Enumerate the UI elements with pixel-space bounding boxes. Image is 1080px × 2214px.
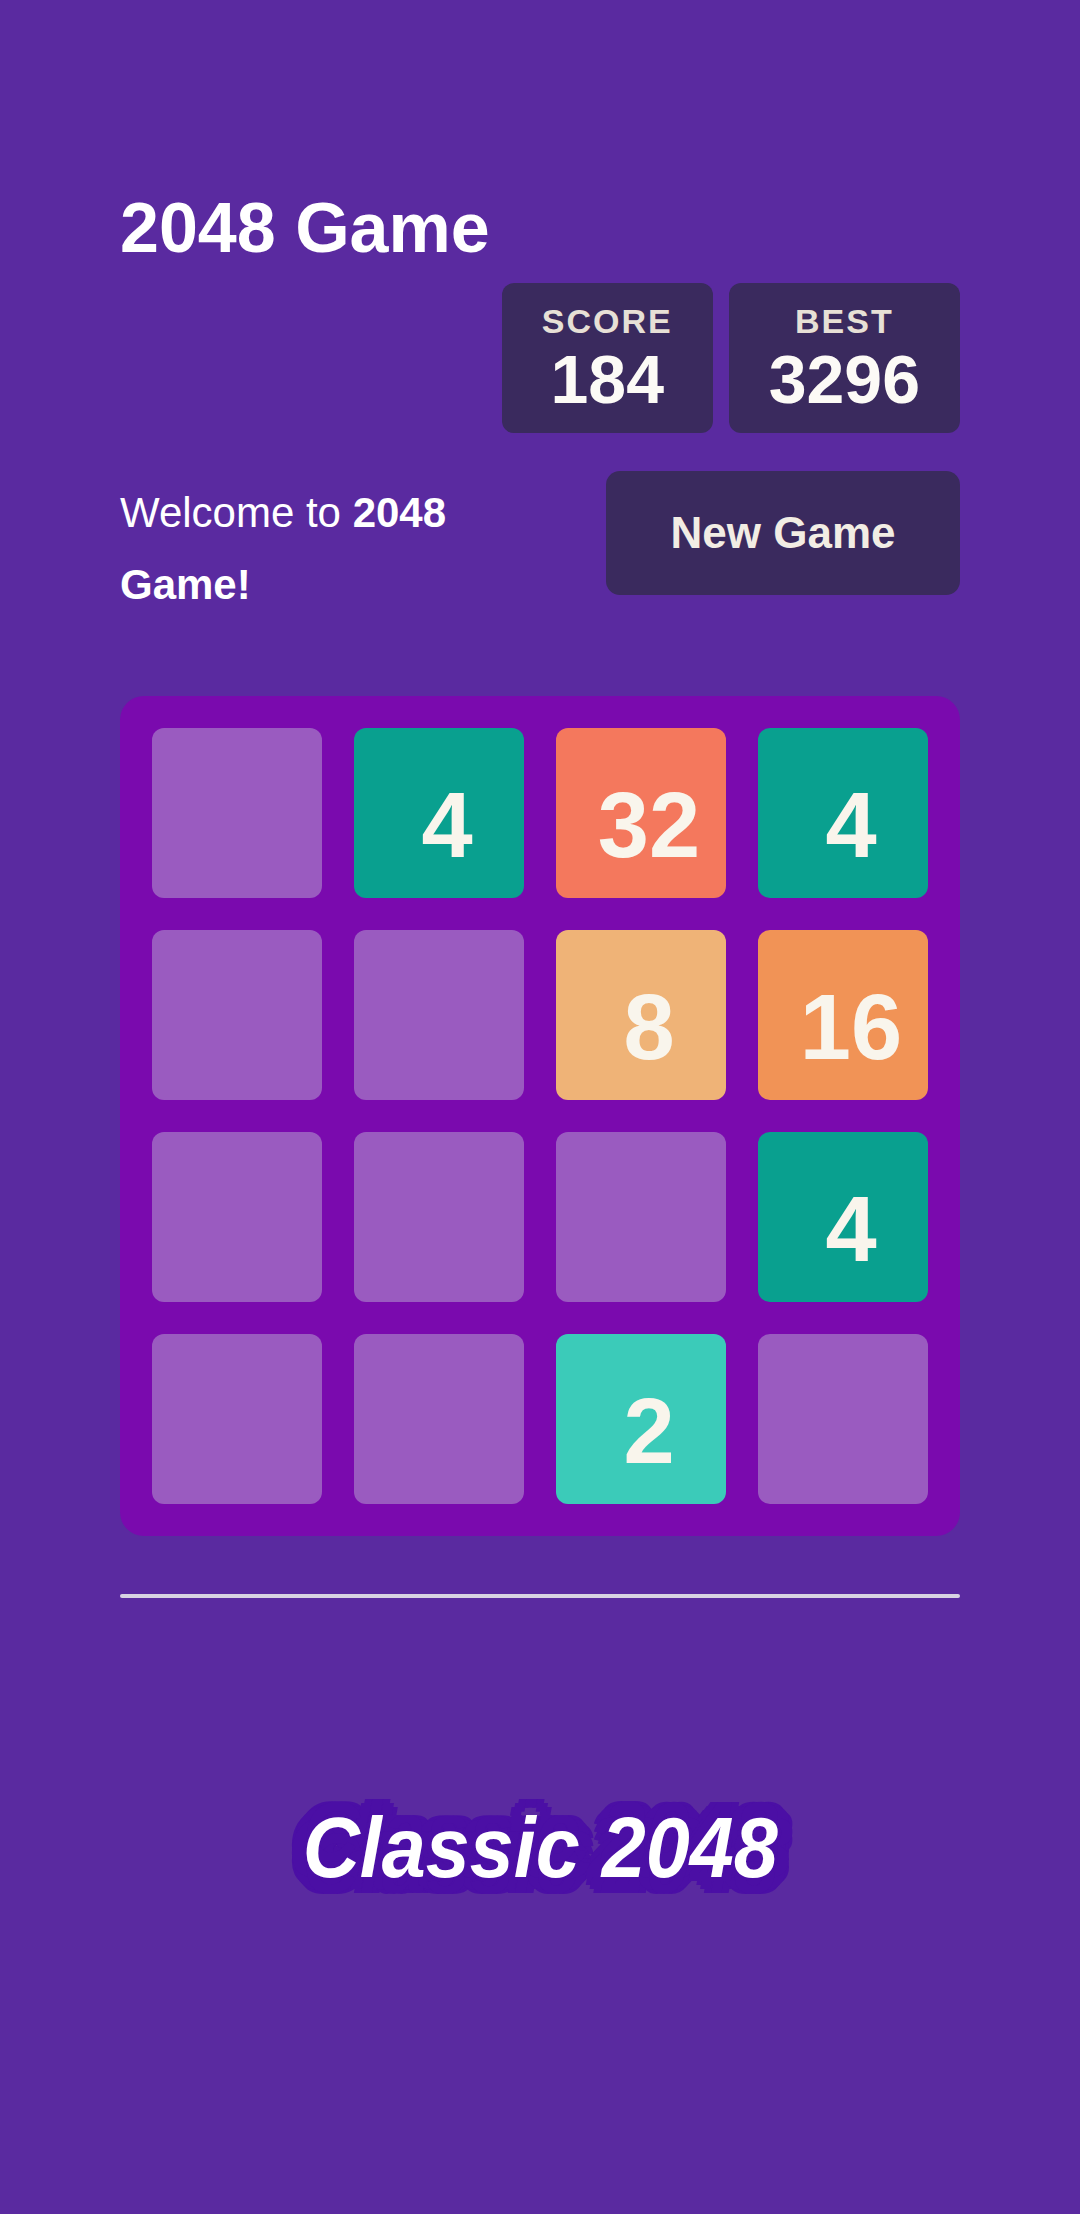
- scoreboard: SCORE 184 BEST 3296: [120, 283, 960, 433]
- empty-cell: [758, 1334, 928, 1504]
- tile-4: 4: [354, 728, 524, 898]
- empty-cell: [152, 728, 322, 898]
- empty-cell: [556, 1132, 726, 1302]
- tile-value: 32: [598, 773, 700, 878]
- tile-32: 32: [556, 728, 726, 898]
- content: 2048 Game SCORE 184 BEST 3296 Welcome to…: [0, 0, 1080, 1598]
- tile-2: 2: [556, 1334, 726, 1504]
- tile-value: 2: [623, 1379, 674, 1484]
- best-value: 3296: [769, 344, 920, 415]
- empty-cell: [152, 930, 322, 1100]
- page: 2048 Game SCORE 184 BEST 3296 Welcome to…: [0, 0, 1080, 2214]
- empty-cell: [152, 1132, 322, 1302]
- tile-value: 16: [800, 975, 902, 1080]
- score-value: 184: [542, 344, 673, 415]
- board[interactable]: 432481642: [120, 696, 960, 1536]
- tile-4: 4: [758, 1132, 928, 1302]
- score-label: SCORE: [542, 301, 673, 342]
- empty-cell: [354, 930, 524, 1100]
- best-box: BEST 3296: [729, 283, 960, 433]
- best-label: BEST: [769, 301, 920, 342]
- new-game-button[interactable]: New Game: [606, 471, 960, 595]
- welcome-row: Welcome to 2048 Game! New Game: [120, 471, 960, 621]
- welcome-prefix: Welcome to: [120, 489, 353, 536]
- page-title: 2048 Game: [120, 0, 960, 267]
- tile-value: 4: [825, 773, 876, 878]
- tile-8: 8: [556, 930, 726, 1100]
- tile-value: 4: [825, 1177, 876, 1282]
- empty-cell: [354, 1132, 524, 1302]
- empty-cell: [354, 1334, 524, 1504]
- tile-value: 4: [421, 773, 472, 878]
- tile-4: 4: [758, 728, 928, 898]
- footer: Classic 2048: [0, 1798, 1080, 1897]
- score-box: SCORE 184: [502, 283, 713, 433]
- tile-value: 8: [623, 975, 674, 1080]
- welcome-text: Welcome to 2048 Game!: [120, 471, 520, 621]
- empty-cell: [152, 1334, 322, 1504]
- tile-16: 16: [758, 930, 928, 1100]
- game-logo: Classic 2048: [302, 1798, 777, 1897]
- divider: [120, 1594, 960, 1598]
